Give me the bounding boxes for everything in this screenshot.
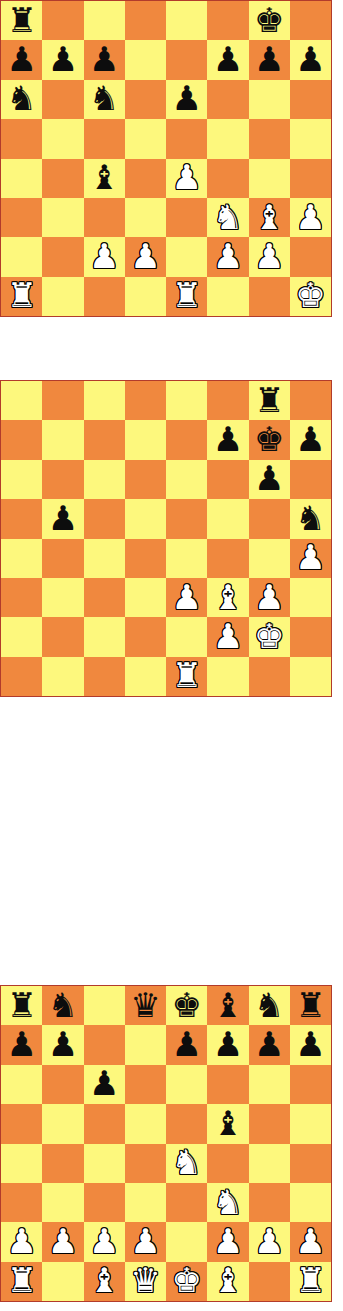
white-knight-piece: ♞ xyxy=(171,1145,201,1179)
black-knight-piece: ♞ xyxy=(6,81,36,115)
black-pawn-piece: ♟ xyxy=(171,81,201,115)
square-a4 xyxy=(1,1144,42,1183)
square-d5 xyxy=(125,119,166,158)
white-pawn-piece: ♟ xyxy=(89,239,119,273)
square-f4 xyxy=(207,539,248,578)
square-c5 xyxy=(84,1104,125,1143)
square-d1 xyxy=(125,657,166,696)
square-c4 xyxy=(84,539,125,578)
square-a2: ♟ xyxy=(1,1222,42,1261)
square-b8: ♞ xyxy=(42,986,83,1025)
black-bishop-piece: ♝ xyxy=(89,160,119,194)
square-g7: ♚ xyxy=(249,420,290,459)
square-b3 xyxy=(42,578,83,617)
square-b2: ♟ xyxy=(42,1222,83,1261)
white-pawn-piece: ♟ xyxy=(171,580,201,614)
square-e6: ♟ xyxy=(166,80,207,119)
square-h2 xyxy=(290,237,331,276)
square-f4 xyxy=(207,1144,248,1183)
square-g5 xyxy=(249,499,290,538)
square-d5 xyxy=(125,1104,166,1143)
white-king-piece: ♚ xyxy=(295,278,325,312)
square-h2 xyxy=(290,617,331,656)
square-h1: ♚ xyxy=(290,277,331,316)
square-g3: ♝ xyxy=(249,198,290,237)
square-a3 xyxy=(1,1183,42,1222)
square-b5: ♟ xyxy=(42,499,83,538)
square-c8 xyxy=(84,1,125,40)
square-e3 xyxy=(166,198,207,237)
square-f5 xyxy=(207,119,248,158)
square-a8 xyxy=(1,381,42,420)
square-f1 xyxy=(207,277,248,316)
square-f5: ♝ xyxy=(207,1104,248,1143)
square-e7 xyxy=(166,40,207,79)
square-d2: ♟ xyxy=(125,237,166,276)
square-d7 xyxy=(125,1025,166,1064)
square-e4: ♞ xyxy=(166,1144,207,1183)
square-e5 xyxy=(166,119,207,158)
square-c6: ♟ xyxy=(84,1065,125,1104)
square-d3 xyxy=(125,198,166,237)
square-h7: ♟ xyxy=(290,40,331,79)
black-knight-piece: ♞ xyxy=(254,988,284,1022)
black-queen-piece: ♛ xyxy=(130,988,160,1022)
square-a3 xyxy=(1,198,42,237)
square-g5 xyxy=(249,1104,290,1143)
square-g8: ♜ xyxy=(249,381,290,420)
black-pawn-piece: ♟ xyxy=(295,422,325,456)
square-c3 xyxy=(84,578,125,617)
square-b6 xyxy=(42,80,83,119)
square-e5 xyxy=(166,1104,207,1143)
square-f1 xyxy=(207,657,248,696)
black-king-piece: ♚ xyxy=(254,422,284,456)
black-pawn-piece: ♟ xyxy=(254,42,284,76)
square-e4 xyxy=(166,539,207,578)
square-c2 xyxy=(84,617,125,656)
square-c4: ♝ xyxy=(84,159,125,198)
square-g2: ♟ xyxy=(249,237,290,276)
square-b8 xyxy=(42,1,83,40)
square-h4: ♟ xyxy=(290,539,331,578)
square-a2 xyxy=(1,617,42,656)
white-pawn-piece: ♟ xyxy=(171,160,201,194)
white-pawn-piece: ♟ xyxy=(295,1224,325,1258)
square-b3 xyxy=(42,198,83,237)
black-pawn-piece: ♟ xyxy=(295,1027,325,1061)
square-f5 xyxy=(207,499,248,538)
square-b4 xyxy=(42,1144,83,1183)
square-g6 xyxy=(249,80,290,119)
white-pawn-piece: ♟ xyxy=(213,239,243,273)
square-d8 xyxy=(125,381,166,420)
square-h3 xyxy=(290,1183,331,1222)
square-f3: ♞ xyxy=(207,198,248,237)
black-bishop-piece: ♝ xyxy=(213,1106,243,1140)
square-g3 xyxy=(249,1183,290,1222)
white-pawn-piece: ♟ xyxy=(213,1224,243,1258)
square-d5 xyxy=(125,499,166,538)
square-f7: ♟ xyxy=(207,1025,248,1064)
square-e2 xyxy=(166,617,207,656)
black-rook-piece: ♜ xyxy=(6,3,36,37)
square-f4 xyxy=(207,159,248,198)
square-c2: ♟ xyxy=(84,237,125,276)
black-rook-piece: ♜ xyxy=(6,988,36,1022)
square-d1 xyxy=(125,277,166,316)
square-b5 xyxy=(42,119,83,158)
square-c4 xyxy=(84,1144,125,1183)
white-pawn-piece: ♟ xyxy=(254,239,284,273)
chess-diagram-page: ♜♚♟♟♟♟♟♟♞♞♟♝♟♞♝♟♟♟♟♟♜♜♚ ♜♟♚♟♟♟♞♟♟♝♟♟♚♜ ♜… xyxy=(0,0,343,1311)
square-g8: ♞ xyxy=(249,986,290,1025)
square-f6 xyxy=(207,1065,248,1104)
white-pawn-piece: ♟ xyxy=(295,540,325,574)
square-g3: ♟ xyxy=(249,578,290,617)
square-g7: ♟ xyxy=(249,40,290,79)
square-h8 xyxy=(290,1,331,40)
square-g4 xyxy=(249,539,290,578)
square-c7 xyxy=(84,420,125,459)
square-a7 xyxy=(1,420,42,459)
square-g4 xyxy=(249,159,290,198)
square-h7: ♟ xyxy=(290,420,331,459)
square-h3: ♟ xyxy=(290,198,331,237)
square-h4 xyxy=(290,159,331,198)
square-e3 xyxy=(166,1183,207,1222)
square-g6 xyxy=(249,1065,290,1104)
square-e7: ♟ xyxy=(166,1025,207,1064)
square-a2 xyxy=(1,237,42,276)
black-pawn-piece: ♟ xyxy=(213,42,243,76)
black-pawn-piece: ♟ xyxy=(89,1066,119,1100)
square-c7: ♟ xyxy=(84,40,125,79)
square-d3 xyxy=(125,578,166,617)
white-pawn-piece: ♟ xyxy=(254,580,284,614)
square-d4 xyxy=(125,159,166,198)
black-pawn-piece: ♟ xyxy=(48,1027,78,1061)
black-knight-piece: ♞ xyxy=(295,501,325,535)
white-pawn-piece: ♟ xyxy=(213,619,243,653)
square-h3 xyxy=(290,578,331,617)
white-rook-piece: ♜ xyxy=(6,1263,36,1297)
square-g1 xyxy=(249,277,290,316)
square-a5 xyxy=(1,499,42,538)
square-a6 xyxy=(1,1065,42,1104)
black-rook-piece: ♜ xyxy=(254,383,284,417)
white-pawn-piece: ♟ xyxy=(48,1224,78,1258)
square-d8 xyxy=(125,1,166,40)
black-pawn-piece: ♟ xyxy=(48,42,78,76)
black-pawn-piece: ♟ xyxy=(254,1027,284,1061)
square-c2: ♟ xyxy=(84,1222,125,1261)
square-e8 xyxy=(166,1,207,40)
square-h6 xyxy=(290,1065,331,1104)
square-g1 xyxy=(249,1262,290,1301)
square-a5 xyxy=(1,119,42,158)
square-g8: ♚ xyxy=(249,1,290,40)
square-a4 xyxy=(1,539,42,578)
square-c6 xyxy=(84,460,125,499)
square-d2 xyxy=(125,617,166,656)
square-a6 xyxy=(1,460,42,499)
square-f6 xyxy=(207,460,248,499)
square-f8 xyxy=(207,1,248,40)
black-pawn-piece: ♟ xyxy=(213,422,243,456)
square-h2: ♟ xyxy=(290,1222,331,1261)
square-b7 xyxy=(42,420,83,459)
square-b1 xyxy=(42,277,83,316)
black-knight-piece: ♞ xyxy=(48,988,78,1022)
white-king-piece: ♚ xyxy=(171,1263,201,1297)
square-a4 xyxy=(1,159,42,198)
square-g1 xyxy=(249,657,290,696)
square-h6 xyxy=(290,80,331,119)
square-e5 xyxy=(166,499,207,538)
chess-board-3: ♜♞♛♚♝♞♜♟♟♟♟♟♟♟♝♞♞♟♟♟♟♟♟♟♜♝♛♚♝♜ xyxy=(0,985,332,1302)
square-c8 xyxy=(84,381,125,420)
square-g2: ♟ xyxy=(249,1222,290,1261)
square-c5 xyxy=(84,119,125,158)
square-e1: ♚ xyxy=(166,1262,207,1301)
square-e1: ♜ xyxy=(166,277,207,316)
white-king-piece: ♚ xyxy=(254,619,284,653)
square-e6 xyxy=(166,1065,207,1104)
square-h1 xyxy=(290,657,331,696)
square-b6 xyxy=(42,1065,83,1104)
square-b4 xyxy=(42,159,83,198)
black-king-piece: ♚ xyxy=(254,3,284,37)
square-b1 xyxy=(42,657,83,696)
square-a5 xyxy=(1,1104,42,1143)
white-bishop-piece: ♝ xyxy=(213,1263,243,1297)
square-f2: ♟ xyxy=(207,237,248,276)
chess-board-1: ♜♚♟♟♟♟♟♟♞♞♟♝♟♞♝♟♟♟♟♟♜♜♚ xyxy=(0,0,332,317)
square-d3 xyxy=(125,1183,166,1222)
square-f7: ♟ xyxy=(207,40,248,79)
square-e8: ♚ xyxy=(166,986,207,1025)
square-d6 xyxy=(125,460,166,499)
square-b5 xyxy=(42,1104,83,1143)
black-pawn-piece: ♟ xyxy=(213,1027,243,1061)
square-f8 xyxy=(207,381,248,420)
square-h5 xyxy=(290,119,331,158)
square-d6 xyxy=(125,80,166,119)
square-h5 xyxy=(290,1104,331,1143)
square-d2: ♟ xyxy=(125,1222,166,1261)
square-a1 xyxy=(1,657,42,696)
square-h8: ♜ xyxy=(290,986,331,1025)
white-knight-piece: ♞ xyxy=(213,1185,243,1219)
square-h4 xyxy=(290,1144,331,1183)
square-d8: ♛ xyxy=(125,986,166,1025)
square-g5 xyxy=(249,119,290,158)
square-c5 xyxy=(84,499,125,538)
square-b4 xyxy=(42,539,83,578)
square-b2 xyxy=(42,237,83,276)
white-rook-piece: ♜ xyxy=(6,278,36,312)
square-e8 xyxy=(166,381,207,420)
square-h5: ♞ xyxy=(290,499,331,538)
chess-board-2: ♜♟♚♟♟♟♞♟♟♝♟♟♚♜ xyxy=(0,380,332,697)
square-c6: ♞ xyxy=(84,80,125,119)
square-b2 xyxy=(42,617,83,656)
square-c1 xyxy=(84,277,125,316)
square-c3 xyxy=(84,1183,125,1222)
square-a1: ♜ xyxy=(1,277,42,316)
white-pawn-piece: ♟ xyxy=(295,200,325,234)
square-f6 xyxy=(207,80,248,119)
square-b3 xyxy=(42,1183,83,1222)
square-g4 xyxy=(249,1144,290,1183)
square-e6 xyxy=(166,460,207,499)
square-b7: ♟ xyxy=(42,40,83,79)
white-pawn-piece: ♟ xyxy=(89,1224,119,1258)
square-e2 xyxy=(166,1222,207,1261)
white-queen-piece: ♛ xyxy=(130,1263,160,1297)
square-a7: ♟ xyxy=(1,40,42,79)
white-knight-piece: ♞ xyxy=(213,200,243,234)
black-bishop-piece: ♝ xyxy=(213,988,243,1022)
square-c1: ♝ xyxy=(84,1262,125,1301)
square-b1 xyxy=(42,1262,83,1301)
white-rook-piece: ♜ xyxy=(171,278,201,312)
black-king-piece: ♚ xyxy=(171,988,201,1022)
square-c1 xyxy=(84,657,125,696)
square-c3 xyxy=(84,198,125,237)
white-pawn-piece: ♟ xyxy=(130,1224,160,1258)
square-h6 xyxy=(290,460,331,499)
white-rook-piece: ♜ xyxy=(295,1263,325,1297)
square-e7 xyxy=(166,420,207,459)
square-h1: ♜ xyxy=(290,1262,331,1301)
square-f2: ♟ xyxy=(207,1222,248,1261)
white-rook-piece: ♜ xyxy=(171,658,201,692)
white-pawn-piece: ♟ xyxy=(130,239,160,273)
black-pawn-piece: ♟ xyxy=(89,42,119,76)
black-knight-piece: ♞ xyxy=(89,81,119,115)
square-d7 xyxy=(125,40,166,79)
square-a8: ♜ xyxy=(1,986,42,1025)
square-e4: ♟ xyxy=(166,159,207,198)
black-pawn-piece: ♟ xyxy=(171,1027,201,1061)
black-pawn-piece: ♟ xyxy=(6,42,36,76)
white-bishop-piece: ♝ xyxy=(213,580,243,614)
square-e2 xyxy=(166,237,207,276)
square-d1: ♛ xyxy=(125,1262,166,1301)
square-d6 xyxy=(125,1065,166,1104)
white-bishop-piece: ♝ xyxy=(254,200,284,234)
square-c8 xyxy=(84,986,125,1025)
square-g2: ♚ xyxy=(249,617,290,656)
square-a1: ♜ xyxy=(1,1262,42,1301)
square-a8: ♜ xyxy=(1,1,42,40)
square-g6: ♟ xyxy=(249,460,290,499)
square-b7: ♟ xyxy=(42,1025,83,1064)
square-h7: ♟ xyxy=(290,1025,331,1064)
square-h8 xyxy=(290,381,331,420)
square-c7 xyxy=(84,1025,125,1064)
black-pawn-piece: ♟ xyxy=(6,1027,36,1061)
square-g7: ♟ xyxy=(249,1025,290,1064)
square-e3: ♟ xyxy=(166,578,207,617)
square-f8: ♝ xyxy=(207,986,248,1025)
square-f7: ♟ xyxy=(207,420,248,459)
black-pawn-piece: ♟ xyxy=(254,461,284,495)
black-pawn-piece: ♟ xyxy=(295,42,325,76)
square-f3: ♞ xyxy=(207,1183,248,1222)
white-pawn-piece: ♟ xyxy=(6,1224,36,1258)
square-f3: ♝ xyxy=(207,578,248,617)
square-e1: ♜ xyxy=(166,657,207,696)
square-f2: ♟ xyxy=(207,617,248,656)
white-bishop-piece: ♝ xyxy=(89,1263,119,1297)
square-a3 xyxy=(1,578,42,617)
square-a7: ♟ xyxy=(1,1025,42,1064)
square-b8 xyxy=(42,381,83,420)
white-pawn-piece: ♟ xyxy=(254,1224,284,1258)
square-d7 xyxy=(125,420,166,459)
square-b6 xyxy=(42,460,83,499)
black-pawn-piece: ♟ xyxy=(48,501,78,535)
square-d4 xyxy=(125,1144,166,1183)
square-a6: ♞ xyxy=(1,80,42,119)
black-rook-piece: ♜ xyxy=(295,988,325,1022)
square-f1: ♝ xyxy=(207,1262,248,1301)
square-d4 xyxy=(125,539,166,578)
